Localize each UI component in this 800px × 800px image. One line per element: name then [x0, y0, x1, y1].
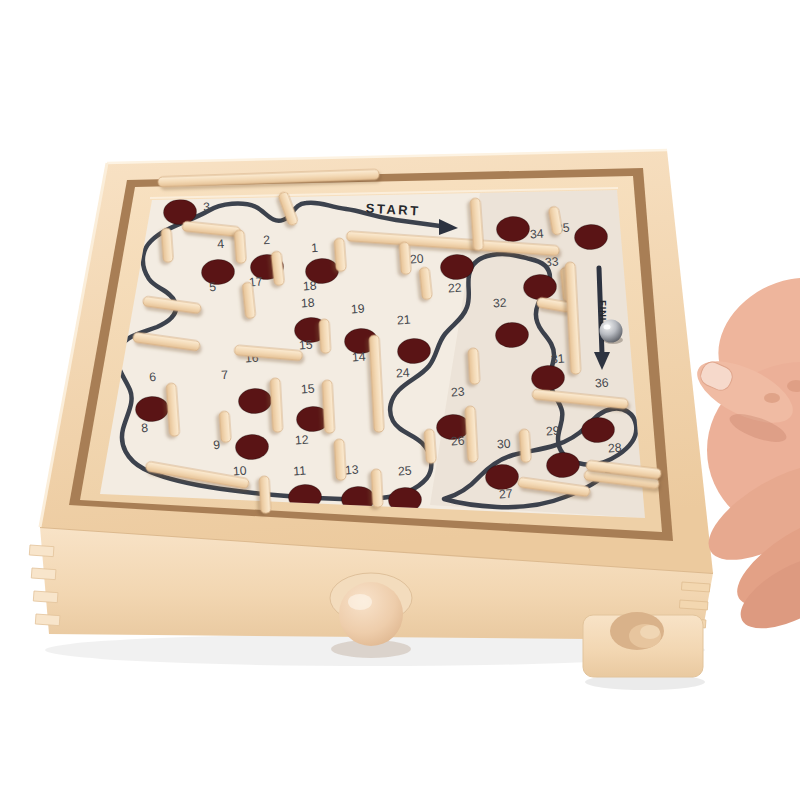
hole-number: 6	[149, 370, 157, 384]
wall-peg	[219, 411, 231, 443]
hole-number: 4	[217, 237, 225, 251]
knob-highlight	[348, 594, 372, 610]
hole-number: 2	[263, 233, 271, 247]
wall-peg	[424, 429, 436, 464]
ball-highlight	[604, 325, 611, 330]
wall-peg	[319, 319, 331, 353]
wall-peg	[371, 469, 383, 507]
start-label: START	[365, 201, 421, 219]
ball-tray	[583, 612, 703, 677]
hole-number: 18	[300, 296, 315, 311]
hole-number: 19	[350, 302, 365, 317]
wall-peg	[334, 439, 346, 480]
hole-number: 15	[298, 338, 313, 353]
hole-number: 26	[450, 434, 465, 449]
hole-number: 7	[221, 368, 229, 382]
hole-number: 18	[302, 279, 317, 294]
steel-ball-sphere	[600, 320, 623, 343]
wall-peg	[259, 476, 271, 513]
hole-number: 34	[529, 227, 544, 242]
hole-number: 22	[447, 281, 462, 296]
hole-number: 27	[498, 487, 513, 502]
hole-number: 31	[550, 352, 565, 367]
labyrinth-product-photo: 1234567891011121314151516171818192021222…	[0, 0, 800, 800]
hole-number: 3	[203, 200, 211, 214]
hole-number: 24	[395, 366, 410, 381]
hole-number: 20	[409, 252, 424, 267]
hole-number: 5	[209, 280, 217, 294]
hole-number: 13	[344, 463, 359, 478]
hole-number: 29	[545, 424, 560, 439]
wall-peg	[399, 242, 411, 275]
hole-number: 28	[607, 441, 622, 456]
wall-peg	[334, 238, 346, 272]
hole-number: 30	[496, 437, 511, 452]
hole-number: 12	[294, 433, 309, 448]
hole-number: 23	[450, 385, 465, 400]
hole-number: 36	[594, 376, 609, 391]
hole-number: 15	[300, 382, 315, 397]
hole-number: 14	[351, 350, 366, 365]
wall-peg	[234, 230, 246, 264]
hole-number: 8	[141, 421, 149, 435]
hole-number: 1	[311, 241, 319, 255]
hole-number: 11	[293, 464, 307, 479]
hole-number: 25	[397, 464, 412, 479]
hole-number: 9	[213, 438, 221, 452]
hole-number: 21	[396, 313, 411, 328]
hole-number: 33	[544, 255, 559, 270]
wall-peg	[468, 348, 480, 384]
drawer-knob	[339, 582, 403, 646]
hole-number: 32	[492, 296, 507, 311]
wall-peg	[161, 228, 173, 263]
wall-peg	[519, 429, 531, 463]
